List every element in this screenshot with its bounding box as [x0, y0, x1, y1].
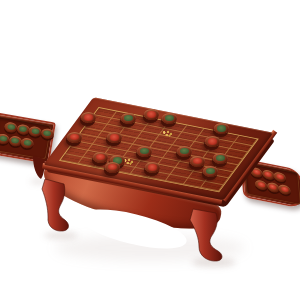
- floor-shadow: [192, 258, 236, 267]
- river-inscription-gold: [123, 158, 134, 165]
- drawer-piece-green: [20, 137, 34, 149]
- drawer-piece-green: [28, 126, 42, 138]
- floor-shadow: [44, 232, 78, 239]
- drawer-piece-green: [40, 128, 54, 140]
- drawer-piece-green: [4, 121, 18, 133]
- drawer-piece-red: [273, 171, 286, 183]
- left-piece-drawer: [0, 112, 56, 164]
- left-drawer-recess: [0, 116, 51, 160]
- drawer-piece-red: [255, 179, 268, 191]
- xiangqi-table-scene: [0, 0, 300, 300]
- drawer-piece-red: [278, 184, 291, 196]
- river-inscription-gold: [162, 130, 173, 137]
